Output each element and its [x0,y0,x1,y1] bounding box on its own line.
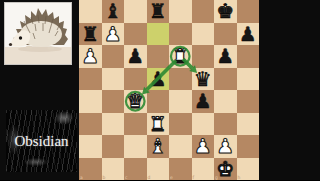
square-f5[interactable]: ♛ [192,68,215,91]
square-g2[interactable]: ♟ [214,135,237,158]
black-rook-a7[interactable]: ♜ [79,23,102,46]
square-b3[interactable] [102,113,125,136]
square-d2[interactable]: ♝ [147,135,170,158]
square-a6[interactable]: ♟ [79,45,102,68]
hedgehog-eye [19,36,22,39]
square-g3[interactable] [214,113,237,136]
file-label-b: b [103,175,106,180]
square-b5[interactable] [102,68,125,91]
file-label-g: g [215,175,218,180]
square-g6[interactable]: ♟ [214,45,237,68]
square-e4[interactable] [169,90,192,113]
square-a1[interactable]: a [79,158,102,181]
hedgehog-illustration [5,3,71,64]
square-f7[interactable] [192,23,215,46]
square-g7[interactable] [214,23,237,46]
file-label-a: a [80,175,83,180]
square-b8[interactable]: ♝ [102,0,125,23]
white-rook-d3[interactable]: ♜ [147,113,170,136]
black-pawn-c6[interactable]: ♟ [124,45,147,68]
square-c5[interactable] [124,68,147,91]
black-king-g8[interactable]: ♚ [214,0,237,23]
square-c6[interactable]: ♟ [124,45,147,68]
chess-board: ♝♜♚♜♟♟♟♟♜♟♟♛♛♟♜♝♟♟abcdefg♚h [79,0,259,180]
square-c2[interactable] [124,135,147,158]
square-d8[interactable]: ♜ [147,0,170,23]
white-pawn-a6[interactable]: ♟ [79,45,102,68]
video-frame: Obsidian ♝♜♚♜♟♟♟♟♜♟♟♛♛♟♜♝♟♟abcdefg♚h [0,0,320,180]
file-label-c: c [125,175,127,180]
square-e3[interactable] [169,113,192,136]
square-g5[interactable] [214,68,237,91]
square-h3[interactable] [237,113,260,136]
white-pawn-f2[interactable]: ♟ [192,135,215,158]
white-king-g1[interactable]: ♚ [214,158,237,181]
hedgehog-thumbnail [4,2,72,65]
square-c3[interactable] [124,113,147,136]
hedgehog-nose [9,43,12,46]
white-queen-c4[interactable]: ♛ [124,90,147,113]
square-f8[interactable] [192,0,215,23]
white-rook-e6[interactable]: ♜ [169,45,192,68]
square-g4[interactable] [214,90,237,113]
black-bishop-b8[interactable]: ♝ [102,0,125,23]
square-a4[interactable] [79,90,102,113]
square-d4[interactable] [147,90,170,113]
square-b7[interactable]: ♟ [102,23,125,46]
square-a2[interactable] [79,135,102,158]
black-pawn-h7[interactable]: ♟ [237,23,260,46]
square-e2[interactable] [169,135,192,158]
square-h7[interactable]: ♟ [237,23,260,46]
square-h2[interactable] [237,135,260,158]
square-h5[interactable] [237,68,260,91]
square-b1[interactable]: b [102,158,125,181]
square-d3[interactable]: ♜ [147,113,170,136]
square-g8[interactable]: ♚ [214,0,237,23]
square-d5[interactable]: ♟ [147,68,170,91]
square-f3[interactable] [192,113,215,136]
obsidian-logo: Obsidian [6,110,77,172]
square-h1[interactable]: h [237,158,260,181]
black-rook-d8[interactable]: ♜ [147,0,170,23]
square-f4[interactable]: ♟ [192,90,215,113]
black-pawn-g6[interactable]: ♟ [214,45,237,68]
square-c1[interactable]: c [124,158,147,181]
square-b4[interactable] [102,90,125,113]
black-pawn-f4[interactable]: ♟ [192,90,215,113]
file-label-d: d [148,175,151,180]
square-a8[interactable] [79,0,102,23]
file-label-h: h [238,175,241,180]
square-a3[interactable] [79,113,102,136]
file-label-f: f [193,175,195,180]
square-h6[interactable] [237,45,260,68]
square-b6[interactable] [102,45,125,68]
white-bishop-d2[interactable]: ♝ [147,135,170,158]
square-d1[interactable]: d [147,158,170,181]
square-e6[interactable]: ♜ [169,45,192,68]
square-f1[interactable]: f [192,158,215,181]
square-e8[interactable] [169,0,192,23]
square-c8[interactable] [124,0,147,23]
obsidian-logo-text: Obsidian [14,133,68,150]
square-g1[interactable]: g♚ [214,158,237,181]
square-h4[interactable] [237,90,260,113]
black-pawn-d5[interactable]: ♟ [147,68,170,91]
square-h8[interactable] [237,0,260,23]
square-f6[interactable] [192,45,215,68]
square-d6[interactable] [147,45,170,68]
white-pawn-b7[interactable]: ♟ [102,23,125,46]
file-label-e: e [170,175,173,180]
square-f2[interactable]: ♟ [192,135,215,158]
square-e5[interactable] [169,68,192,91]
square-b2[interactable] [102,135,125,158]
white-pawn-g2[interactable]: ♟ [214,135,237,158]
square-a7[interactable]: ♜ [79,23,102,46]
square-e7[interactable] [169,23,192,46]
square-e1[interactable]: e [169,158,192,181]
black-queen-f5[interactable]: ♛ [192,68,215,91]
square-a5[interactable] [79,68,102,91]
square-d7[interactable] [147,23,170,46]
square-c4[interactable]: ♛ [124,90,147,113]
square-c7[interactable] [124,23,147,46]
